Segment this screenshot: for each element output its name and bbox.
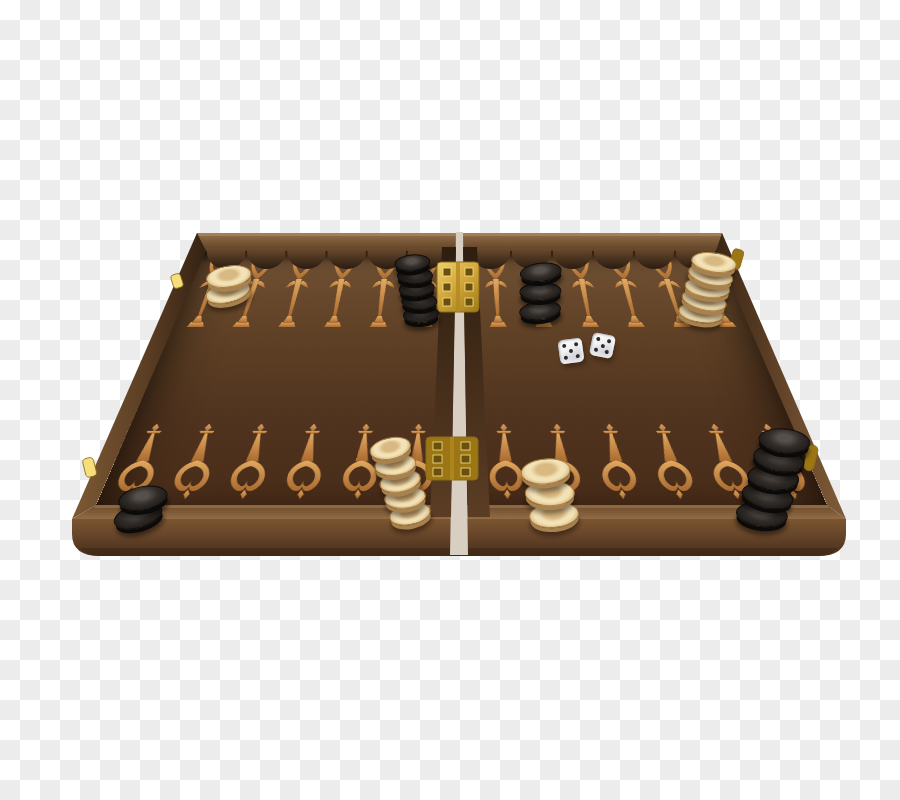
die-pip (600, 343, 605, 348)
die-pip (593, 347, 598, 352)
pieces-layer (0, 0, 900, 800)
die-pip (569, 349, 574, 354)
backgammon-board-photo (0, 0, 900, 800)
dark-checker (518, 298, 562, 322)
die-pip (575, 354, 580, 359)
die-1-showing-5[interactable] (557, 337, 584, 364)
die-pip (574, 342, 579, 347)
die-pip (595, 336, 600, 341)
die-pip (564, 355, 569, 360)
die-2-showing-5[interactable] (588, 331, 615, 358)
die-pip (604, 349, 609, 354)
dark-checker (519, 281, 562, 301)
dark-checker (519, 260, 563, 284)
die-pip (562, 344, 567, 349)
light-checker (525, 480, 575, 506)
die-pip (606, 338, 611, 343)
